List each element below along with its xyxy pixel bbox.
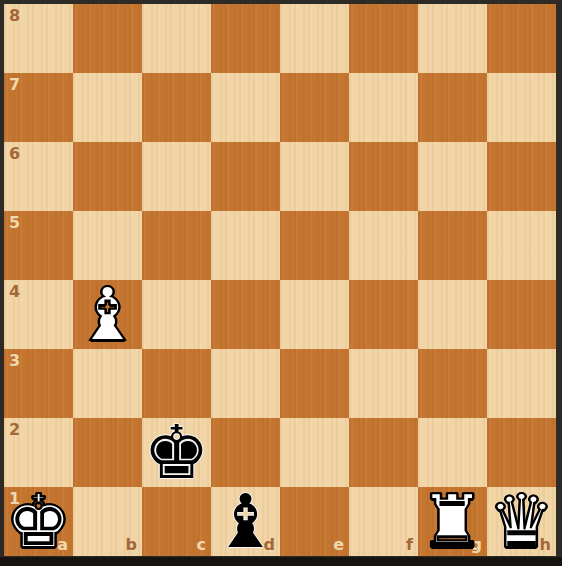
square-c3[interactable] bbox=[142, 349, 211, 418]
rank-label-2: 2 bbox=[9, 422, 20, 438]
square-b8[interactable] bbox=[73, 4, 142, 73]
square-a8[interactable]: 8 bbox=[4, 4, 73, 73]
square-d1[interactable]: d♝ bbox=[211, 487, 280, 556]
square-b1[interactable]: b bbox=[73, 487, 142, 556]
square-b2[interactable] bbox=[73, 418, 142, 487]
square-g4[interactable] bbox=[418, 280, 487, 349]
white-bishop-b4[interactable]: ♝ bbox=[74, 280, 140, 349]
square-d3[interactable] bbox=[211, 349, 280, 418]
square-f1[interactable]: f bbox=[349, 487, 418, 556]
square-g6[interactable] bbox=[418, 142, 487, 211]
rank-label-3: 3 bbox=[9, 353, 20, 369]
square-f4[interactable] bbox=[349, 280, 418, 349]
square-b6[interactable] bbox=[73, 142, 142, 211]
rank-label-7: 7 bbox=[9, 77, 20, 93]
square-e4[interactable] bbox=[280, 280, 349, 349]
white-queen-h1[interactable]: ♛ bbox=[488, 487, 554, 556]
square-h6[interactable] bbox=[487, 142, 556, 211]
square-d7[interactable] bbox=[211, 73, 280, 142]
square-e3[interactable] bbox=[280, 349, 349, 418]
black-king-c2[interactable]: ♚ bbox=[143, 418, 209, 487]
square-e5[interactable] bbox=[280, 211, 349, 280]
square-f7[interactable] bbox=[349, 73, 418, 142]
square-e8[interactable] bbox=[280, 4, 349, 73]
rank-label-6: 6 bbox=[9, 146, 20, 162]
square-e1[interactable]: e bbox=[280, 487, 349, 556]
file-label-f: f bbox=[406, 537, 413, 553]
square-g2[interactable] bbox=[418, 418, 487, 487]
square-d6[interactable] bbox=[211, 142, 280, 211]
square-c2[interactable]: ♚ bbox=[142, 418, 211, 487]
square-a7[interactable]: 7 bbox=[4, 73, 73, 142]
square-d5[interactable] bbox=[211, 211, 280, 280]
square-c5[interactable] bbox=[142, 211, 211, 280]
file-label-e: e bbox=[333, 537, 344, 553]
square-e7[interactable] bbox=[280, 73, 349, 142]
square-b3[interactable] bbox=[73, 349, 142, 418]
square-c6[interactable] bbox=[142, 142, 211, 211]
rank-label-4: 4 bbox=[9, 284, 20, 300]
chess-board: 87654♝32♚1a♚bcd♝efg♜h♛ bbox=[4, 4, 556, 556]
square-f2[interactable] bbox=[349, 418, 418, 487]
square-c4[interactable] bbox=[142, 280, 211, 349]
chess-app-screen: 87654♝32♚1a♚bcd♝efg♜h♛ bbox=[0, 0, 562, 566]
file-label-c: c bbox=[197, 537, 206, 553]
square-b5[interactable] bbox=[73, 211, 142, 280]
square-d8[interactable] bbox=[211, 4, 280, 73]
file-label-b: b bbox=[126, 537, 137, 553]
square-h3[interactable] bbox=[487, 349, 556, 418]
square-h4[interactable] bbox=[487, 280, 556, 349]
square-b7[interactable] bbox=[73, 73, 142, 142]
square-f6[interactable] bbox=[349, 142, 418, 211]
square-h7[interactable] bbox=[487, 73, 556, 142]
square-c1[interactable]: c bbox=[142, 487, 211, 556]
square-c7[interactable] bbox=[142, 73, 211, 142]
square-g1[interactable]: g♜ bbox=[418, 487, 487, 556]
square-e6[interactable] bbox=[280, 142, 349, 211]
white-king-a1[interactable]: ♚ bbox=[5, 487, 71, 556]
square-a6[interactable]: 6 bbox=[4, 142, 73, 211]
square-c8[interactable] bbox=[142, 4, 211, 73]
square-g5[interactable] bbox=[418, 211, 487, 280]
square-a5[interactable]: 5 bbox=[4, 211, 73, 280]
square-h8[interactable] bbox=[487, 4, 556, 73]
square-a2[interactable]: 2 bbox=[4, 418, 73, 487]
square-f3[interactable] bbox=[349, 349, 418, 418]
square-b4[interactable]: ♝ bbox=[73, 280, 142, 349]
square-f8[interactable] bbox=[349, 4, 418, 73]
square-a1[interactable]: 1a♚ bbox=[4, 487, 73, 556]
square-d2[interactable] bbox=[211, 418, 280, 487]
rank-label-8: 8 bbox=[9, 8, 20, 24]
square-a3[interactable]: 3 bbox=[4, 349, 73, 418]
rank-label-5: 5 bbox=[9, 215, 20, 231]
square-h2[interactable] bbox=[487, 418, 556, 487]
square-g3[interactable] bbox=[418, 349, 487, 418]
black-bishop-d1[interactable]: ♝ bbox=[212, 487, 278, 556]
square-h5[interactable] bbox=[487, 211, 556, 280]
square-a4[interactable]: 4 bbox=[4, 280, 73, 349]
square-f5[interactable] bbox=[349, 211, 418, 280]
square-h1[interactable]: h♛ bbox=[487, 487, 556, 556]
square-g8[interactable] bbox=[418, 4, 487, 73]
square-g7[interactable] bbox=[418, 73, 487, 142]
white-rook-g1[interactable]: ♜ bbox=[419, 487, 485, 556]
square-e2[interactable] bbox=[280, 418, 349, 487]
square-d4[interactable] bbox=[211, 280, 280, 349]
